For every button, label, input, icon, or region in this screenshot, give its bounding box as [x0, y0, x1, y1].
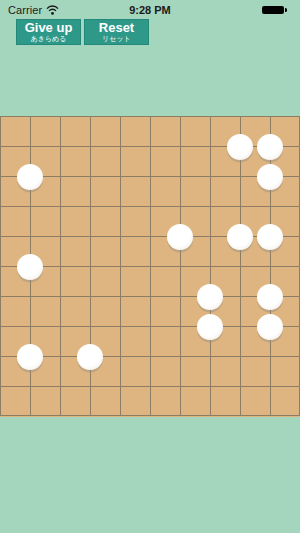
board-cell[interactable]: [90, 116, 120, 146]
board-cell[interactable]: [0, 116, 30, 146]
board-cell[interactable]: [120, 356, 150, 386]
board-cell[interactable]: [60, 176, 90, 206]
board-cell[interactable]: [0, 296, 30, 326]
give-up-button[interactable]: Give up あきらめる: [16, 19, 81, 45]
board-cell[interactable]: [210, 386, 240, 416]
board-cell[interactable]: [0, 386, 30, 416]
board-cell[interactable]: [120, 146, 150, 176]
board-cell[interactable]: [60, 146, 90, 176]
board-cell[interactable]: [90, 206, 120, 236]
battery-body: [262, 6, 284, 14]
carrier-label: Carrier: [8, 4, 42, 16]
board-cell[interactable]: [60, 386, 90, 416]
reset-button-sublabel: リセット: [102, 35, 131, 43]
board-cell[interactable]: [120, 296, 150, 326]
board-cell[interactable]: [90, 386, 120, 416]
white-stone: [257, 134, 283, 160]
board-cell[interactable]: [30, 296, 60, 326]
white-stone: [77, 344, 103, 370]
white-stone: [17, 254, 43, 280]
board-cell[interactable]: [180, 116, 210, 146]
board-cell[interactable]: [210, 176, 240, 206]
board-grid: [0, 116, 300, 416]
board-cell[interactable]: [150, 116, 180, 146]
white-stone: [257, 314, 283, 340]
board-cell[interactable]: [120, 236, 150, 266]
white-stone: [197, 284, 223, 310]
board-cell[interactable]: [120, 176, 150, 206]
board-cell[interactable]: [150, 356, 180, 386]
board-cell[interactable]: [60, 206, 90, 236]
board-cell[interactable]: [60, 296, 90, 326]
board-cell[interactable]: [180, 356, 210, 386]
white-stone: [197, 314, 223, 340]
white-stone: [257, 164, 283, 190]
board-cell[interactable]: [120, 326, 150, 356]
board-cell[interactable]: [30, 116, 60, 146]
reset-button-label: Reset: [99, 21, 134, 35]
board-cell[interactable]: [150, 176, 180, 206]
board-cell[interactable]: [60, 116, 90, 146]
board-cell[interactable]: [240, 356, 270, 386]
white-stone: [17, 344, 43, 370]
go-board[interactable]: [0, 116, 300, 417]
board-cell[interactable]: [150, 296, 180, 326]
white-stone: [227, 134, 253, 160]
board-cell[interactable]: [90, 236, 120, 266]
board-cell[interactable]: [30, 206, 60, 236]
app-screen: Carrier 9:28 PM Give up あきらめる Reset リセット: [0, 0, 300, 533]
board-cell[interactable]: [90, 176, 120, 206]
battery-nub: [285, 8, 287, 12]
white-stone: [257, 284, 283, 310]
board-cell[interactable]: [180, 176, 210, 206]
clock: 9:28 PM: [129, 0, 171, 20]
toolbar: Give up あきらめる Reset リセット: [16, 19, 149, 45]
white-stone: [257, 224, 283, 250]
board-cell[interactable]: [90, 296, 120, 326]
board-cell[interactable]: [30, 386, 60, 416]
board-cell[interactable]: [120, 386, 150, 416]
board-cell[interactable]: [60, 236, 90, 266]
board-cell[interactable]: [150, 266, 180, 296]
give-up-button-sublabel: あきらめる: [31, 35, 67, 43]
board-cell[interactable]: [270, 356, 300, 386]
white-stone: [167, 224, 193, 250]
status-bar: Carrier 9:28 PM: [0, 0, 300, 20]
board-cell[interactable]: [270, 386, 300, 416]
wifi-icon: [46, 5, 59, 17]
give-up-button-label: Give up: [25, 21, 73, 35]
white-stone: [17, 164, 43, 190]
board-cell[interactable]: [180, 146, 210, 176]
carrier-group: Carrier: [8, 4, 59, 17]
board-cell[interactable]: [150, 146, 180, 176]
board-cell[interactable]: [150, 386, 180, 416]
board-cell[interactable]: [90, 266, 120, 296]
board-cell[interactable]: [120, 116, 150, 146]
board-cell[interactable]: [120, 266, 150, 296]
board-cell[interactable]: [0, 206, 30, 236]
reset-button[interactable]: Reset リセット: [84, 19, 149, 45]
board-cell[interactable]: [150, 326, 180, 356]
board-cell[interactable]: [90, 146, 120, 176]
board-cell[interactable]: [240, 386, 270, 416]
board-cell[interactable]: [120, 206, 150, 236]
board-cell[interactable]: [210, 356, 240, 386]
board-cell[interactable]: [60, 266, 90, 296]
white-stone: [227, 224, 253, 250]
battery-icon: [262, 6, 287, 14]
board-cell[interactable]: [180, 386, 210, 416]
